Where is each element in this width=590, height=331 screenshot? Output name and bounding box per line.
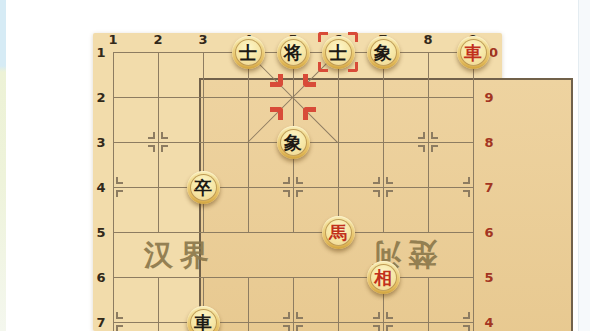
selected-piece-bracket — [348, 32, 358, 42]
app-screen: 123456789123456710987654 汉界 楚河 士将士象車象卒馬相… — [0, 0, 590, 331]
move-hint-arrow[interactable] — [270, 107, 283, 120]
move-hint-arrow[interactable] — [270, 74, 283, 87]
move-hint-arrow[interactable] — [303, 74, 316, 87]
selected-piece-bracket — [318, 32, 328, 42]
move-hint-arrow[interactable] — [303, 107, 316, 120]
selected-piece-bracket — [318, 62, 328, 72]
selected-piece-bracket — [348, 62, 358, 72]
selection-overlay — [0, 0, 590, 331]
